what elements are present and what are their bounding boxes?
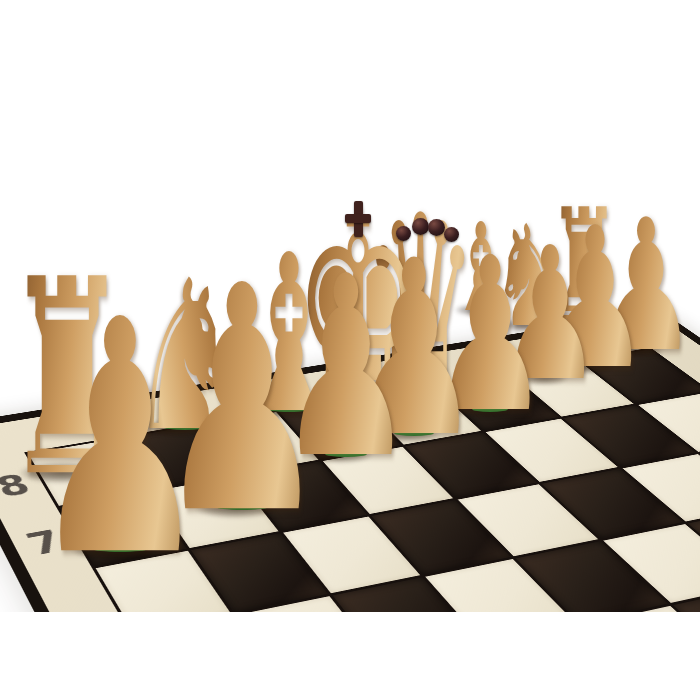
piece-white-pawn-h7: ♟ (31, 278, 210, 600)
chess-set-photo: 8 7 ♜♞♝♛♚♝♞♜♟♟♟♟♟♟♟♟ (0, 0, 700, 612)
pieces-layer: ♜♞♝♛♚♝♞♜♟♟♟♟♟♟♟♟ (0, 0, 700, 612)
